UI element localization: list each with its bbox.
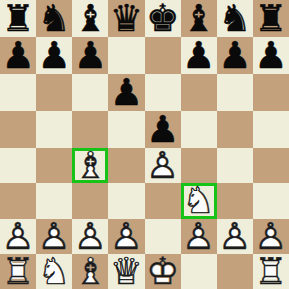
black-pawn-g7[interactable]: ♟ — [217, 37, 253, 74]
square-g1[interactable] — [217, 254, 253, 289]
white-piece-outline: ♙ — [145, 148, 181, 183]
black-bishop-f8[interactable]: ♝ — [181, 0, 217, 37]
square-a5[interactable] — [0, 111, 36, 148]
square-d6[interactable]: ♟ — [108, 74, 144, 111]
square-b7[interactable]: ♟ — [36, 37, 72, 74]
square-d7[interactable] — [108, 37, 144, 74]
square-f6[interactable] — [181, 74, 217, 111]
square-b8[interactable]: ♞ — [36, 0, 72, 37]
black-pawn-e5[interactable]: ♟ — [145, 111, 181, 148]
square-h8[interactable]: ♜ — [253, 0, 289, 37]
black-knight-b8[interactable]: ♞ — [36, 0, 72, 37]
white-piece-outline: ♔ — [145, 254, 181, 289]
white-bishop-c4[interactable]: ♝♗ — [72, 148, 108, 183]
white-bishop-c1[interactable]: ♝♗ — [72, 254, 108, 289]
square-a1[interactable]: ♜♖ — [0, 254, 36, 289]
black-pawn-d6[interactable]: ♟ — [108, 74, 144, 111]
square-a2[interactable]: ♟♙ — [0, 219, 36, 254]
black-pawn-b7[interactable]: ♟ — [36, 37, 72, 74]
square-e6[interactable] — [145, 74, 181, 111]
white-piece-outline: ♗ — [72, 254, 108, 289]
square-a8[interactable]: ♜ — [0, 0, 36, 37]
white-knight-b1[interactable]: ♞♘ — [36, 254, 72, 289]
white-piece-outline: ♗ — [72, 148, 108, 183]
square-h6[interactable] — [253, 74, 289, 111]
square-g2[interactable]: ♟♙ — [217, 219, 253, 254]
square-h2[interactable]: ♟♙ — [253, 219, 289, 254]
black-king-e8[interactable]: ♚ — [145, 0, 181, 37]
square-g7[interactable]: ♟ — [217, 37, 253, 74]
black-pawn-a7[interactable]: ♟ — [0, 37, 36, 74]
square-c1[interactable]: ♝♗ — [72, 254, 108, 289]
square-c5[interactable] — [72, 111, 108, 148]
square-h3[interactable] — [253, 183, 289, 218]
square-c8[interactable]: ♝ — [72, 0, 108, 37]
square-e8[interactable]: ♚ — [145, 0, 181, 37]
square-c6[interactable] — [72, 74, 108, 111]
black-pawn-f7[interactable]: ♟ — [181, 37, 217, 74]
square-a7[interactable]: ♟ — [0, 37, 36, 74]
white-pawn-c2[interactable]: ♟♙ — [72, 219, 108, 254]
square-f8[interactable]: ♝ — [181, 0, 217, 37]
square-e2[interactable] — [145, 219, 181, 254]
white-pawn-d2[interactable]: ♟♙ — [108, 219, 144, 254]
white-piece-outline: ♙ — [72, 219, 108, 254]
square-g6[interactable] — [217, 74, 253, 111]
square-f5[interactable] — [181, 111, 217, 148]
white-piece-outline: ♘ — [181, 183, 217, 218]
square-g3[interactable] — [217, 183, 253, 218]
white-piece-outline: ♙ — [253, 219, 289, 254]
square-e5[interactable]: ♟ — [145, 111, 181, 148]
square-d2[interactable]: ♟♙ — [108, 219, 144, 254]
black-bishop-c8[interactable]: ♝ — [72, 0, 108, 37]
white-piece-outline: ♘ — [36, 254, 72, 289]
white-pawn-f2[interactable]: ♟♙ — [181, 219, 217, 254]
square-f2[interactable]: ♟♙ — [181, 219, 217, 254]
white-piece-outline: ♙ — [36, 219, 72, 254]
square-b6[interactable] — [36, 74, 72, 111]
square-a3[interactable] — [0, 183, 36, 218]
square-b5[interactable] — [36, 111, 72, 148]
square-h5[interactable] — [253, 111, 289, 148]
square-b2[interactable]: ♟♙ — [36, 219, 72, 254]
square-f4[interactable] — [181, 148, 217, 183]
white-knight-f3[interactable]: ♞♘ — [181, 183, 217, 218]
square-h4[interactable] — [253, 148, 289, 183]
square-b4[interactable] — [36, 148, 72, 183]
black-pawn-c7[interactable]: ♟ — [72, 37, 108, 74]
square-g8[interactable]: ♞ — [217, 0, 253, 37]
black-rook-h8[interactable]: ♜ — [253, 0, 289, 37]
square-d8[interactable]: ♛ — [108, 0, 144, 37]
square-c4[interactable]: ♝♗ — [72, 148, 108, 183]
chess-board: ♜♞♝♛♚♝♞♜♟♟♟♟♟♟♟♟♝♗♟♙♞♘♟♙♟♙♟♙♟♙♟♙♟♙♟♙♜♖♞♘… — [0, 0, 289, 289]
square-f7[interactable]: ♟ — [181, 37, 217, 74]
white-rook-h1[interactable]: ♜♖ — [253, 254, 289, 289]
square-c7[interactable]: ♟ — [72, 37, 108, 74]
square-g4[interactable] — [217, 148, 253, 183]
square-h7[interactable]: ♟ — [253, 37, 289, 74]
white-pawn-b2[interactable]: ♟♙ — [36, 219, 72, 254]
black-knight-g8[interactable]: ♞ — [217, 0, 253, 37]
white-piece-outline: ♕ — [108, 254, 144, 289]
white-pawn-h2[interactable]: ♟♙ — [253, 219, 289, 254]
square-h1[interactable]: ♜♖ — [253, 254, 289, 289]
black-queen-d8[interactable]: ♛ — [108, 0, 144, 37]
white-piece-outline: ♙ — [0, 219, 36, 254]
white-piece-outline: ♖ — [253, 254, 289, 289]
square-f3[interactable]: ♞♘ — [181, 183, 217, 218]
white-piece-outline: ♙ — [108, 219, 144, 254]
white-queen-d1[interactable]: ♛♕ — [108, 254, 144, 289]
square-d4[interactable] — [108, 148, 144, 183]
white-pawn-g2[interactable]: ♟♙ — [217, 219, 253, 254]
square-a4[interactable] — [0, 148, 36, 183]
square-c3[interactable] — [72, 183, 108, 218]
white-piece-outline: ♖ — [0, 254, 36, 289]
white-piece-outline: ♙ — [181, 219, 217, 254]
white-pawn-e4[interactable]: ♟♙ — [145, 148, 181, 183]
square-d5[interactable] — [108, 111, 144, 148]
square-e4[interactable]: ♟♙ — [145, 148, 181, 183]
square-e3[interactable] — [145, 183, 181, 218]
square-f1[interactable] — [181, 254, 217, 289]
square-g5[interactable] — [217, 111, 253, 148]
square-e1[interactable]: ♚♔ — [145, 254, 181, 289]
black-pawn-h7[interactable]: ♟ — [253, 37, 289, 74]
square-b1[interactable]: ♞♘ — [36, 254, 72, 289]
square-d1[interactable]: ♛♕ — [108, 254, 144, 289]
white-pawn-a2[interactable]: ♟♙ — [0, 219, 36, 254]
square-a6[interactable] — [0, 74, 36, 111]
square-d3[interactable] — [108, 183, 144, 218]
square-e7[interactable] — [145, 37, 181, 74]
white-rook-a1[interactable]: ♜♖ — [0, 254, 36, 289]
square-c2[interactable]: ♟♙ — [72, 219, 108, 254]
black-rook-a8[interactable]: ♜ — [0, 0, 36, 37]
white-king-e1[interactable]: ♚♔ — [145, 254, 181, 289]
white-piece-outline: ♙ — [217, 219, 253, 254]
square-b3[interactable] — [36, 183, 72, 218]
